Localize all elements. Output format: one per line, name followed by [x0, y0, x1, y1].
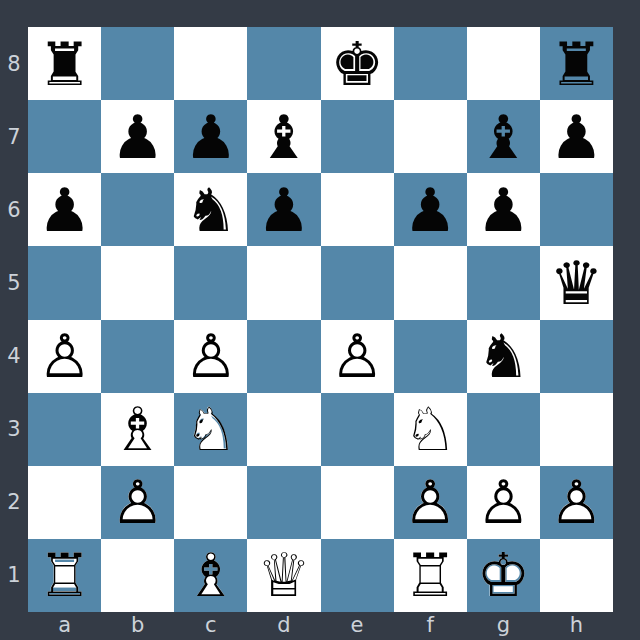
square-d6[interactable]: ♟ [247, 173, 320, 246]
square-a7[interactable] [28, 100, 101, 173]
square-h1[interactable] [540, 539, 613, 612]
square-f8[interactable] [394, 27, 467, 100]
square-a8[interactable]: ♜ [28, 27, 101, 100]
square-c4[interactable]: ♟♙ [174, 320, 247, 393]
square-e4[interactable]: ♟♙ [321, 320, 394, 393]
piece-white-bishop[interactable]: ♝♗ [101, 393, 174, 466]
rank-label-1: 1 [0, 539, 28, 612]
square-f7[interactable] [394, 100, 467, 173]
chess-diagram: ♜♚♜♟♟♝♝♟♟♞♟♟♟♛♟♙♟♙♟♙♞♝♗♞♘♞♘♟♙♟♙♟♙♟♙♜♖♝♗♛… [0, 0, 640, 640]
square-e6[interactable] [321, 173, 394, 246]
piece-glyph: ♟ [101, 100, 174, 173]
square-b8[interactable] [101, 27, 174, 100]
square-g1[interactable]: ♚♔ [467, 539, 540, 612]
square-b1[interactable] [101, 539, 174, 612]
piece-black-pawn[interactable]: ♟ [467, 173, 540, 246]
square-h4[interactable] [540, 320, 613, 393]
square-h5[interactable]: ♛ [540, 246, 613, 319]
square-g3[interactable] [467, 393, 540, 466]
square-f1[interactable]: ♜♖ [394, 539, 467, 612]
square-d7[interactable]: ♝ [247, 100, 320, 173]
square-a4[interactable]: ♟♙ [28, 320, 101, 393]
file-label-a: a [28, 612, 101, 640]
file-label-d: d [247, 612, 320, 640]
square-a3[interactable] [28, 393, 101, 466]
file-labels: abcdefgh [28, 612, 613, 640]
piece-black-king[interactable]: ♚ [321, 27, 394, 100]
piece-glyph: ♟ [28, 173, 101, 246]
square-c2[interactable] [174, 466, 247, 539]
square-c5[interactable] [174, 246, 247, 319]
square-a1[interactable]: ♜♖ [28, 539, 101, 612]
piece-outline: ♗ [174, 539, 247, 612]
piece-outline: ♘ [174, 393, 247, 466]
square-a5[interactable] [28, 246, 101, 319]
piece-glyph: ♞ [174, 173, 247, 246]
square-c3[interactable]: ♞♘ [174, 393, 247, 466]
piece-outline: ♖ [28, 539, 101, 612]
square-f4[interactable] [394, 320, 467, 393]
piece-outline: ♙ [540, 466, 613, 539]
piece-outline: ♙ [321, 320, 394, 393]
piece-outline: ♙ [467, 466, 540, 539]
square-g6[interactable]: ♟ [467, 173, 540, 246]
piece-outline: ♗ [101, 393, 174, 466]
piece-outline: ♙ [101, 466, 174, 539]
square-f2[interactable]: ♟♙ [394, 466, 467, 539]
piece-glyph: ♟ [467, 173, 540, 246]
square-d2[interactable] [247, 466, 320, 539]
square-e1[interactable] [321, 539, 394, 612]
rank-label-4: 4 [0, 320, 28, 393]
square-g8[interactable] [467, 27, 540, 100]
square-g7[interactable]: ♝ [467, 100, 540, 173]
rank-label-2: 2 [0, 466, 28, 539]
square-h3[interactable] [540, 393, 613, 466]
piece-black-pawn[interactable]: ♟ [174, 100, 247, 173]
piece-glyph: ♚ [321, 27, 394, 100]
square-e3[interactable] [321, 393, 394, 466]
piece-outline: ♘ [394, 393, 467, 466]
square-d4[interactable] [247, 320, 320, 393]
piece-outline: ♙ [394, 466, 467, 539]
square-c1[interactable]: ♝♗ [174, 539, 247, 612]
square-b4[interactable] [101, 320, 174, 393]
piece-white-pawn[interactable]: ♟♙ [28, 320, 101, 393]
piece-white-pawn[interactable]: ♟♙ [101, 466, 174, 539]
piece-black-bishop[interactable]: ♝ [467, 100, 540, 173]
square-a2[interactable] [28, 466, 101, 539]
piece-black-queen[interactable]: ♛ [540, 246, 613, 319]
file-label-h: h [540, 612, 613, 640]
piece-black-knight[interactable]: ♞ [174, 173, 247, 246]
piece-black-rook[interactable]: ♜ [28, 27, 101, 100]
chess-board[interactable]: ♜♚♜♟♟♝♝♟♟♞♟♟♟♛♟♙♟♙♟♙♞♝♗♞♘♞♘♟♙♟♙♟♙♟♙♜♖♝♗♛… [28, 27, 613, 612]
piece-black-pawn[interactable]: ♟ [101, 100, 174, 173]
square-b5[interactable] [101, 246, 174, 319]
square-g2[interactable]: ♟♙ [467, 466, 540, 539]
piece-glyph: ♟ [394, 173, 467, 246]
piece-glyph: ♟ [540, 100, 613, 173]
piece-black-knight[interactable]: ♞ [467, 320, 540, 393]
square-c7[interactable]: ♟ [174, 100, 247, 173]
piece-glyph: ♝ [247, 100, 320, 173]
piece-outline: ♔ [467, 539, 540, 612]
piece-outline: ♙ [28, 320, 101, 393]
square-b7[interactable]: ♟ [101, 100, 174, 173]
piece-black-pawn[interactable]: ♟ [28, 173, 101, 246]
square-f3[interactable]: ♞♘ [394, 393, 467, 466]
piece-white-pawn[interactable]: ♟♙ [321, 320, 394, 393]
square-d3[interactable] [247, 393, 320, 466]
piece-outline: ♙ [174, 320, 247, 393]
square-e7[interactable] [321, 100, 394, 173]
square-g5[interactable] [467, 246, 540, 319]
rank-labels: 87654321 [0, 27, 28, 612]
square-h7[interactable]: ♟ [540, 100, 613, 173]
rank-label-8: 8 [0, 27, 28, 100]
square-b6[interactable] [101, 173, 174, 246]
square-d1[interactable]: ♛♕ [247, 539, 320, 612]
square-c8[interactable] [174, 27, 247, 100]
square-c6[interactable]: ♞ [174, 173, 247, 246]
file-label-b: b [101, 612, 174, 640]
piece-black-pawn[interactable]: ♟ [247, 173, 320, 246]
piece-glyph: ♟ [174, 100, 247, 173]
piece-glyph: ♞ [467, 320, 540, 393]
piece-black-rook[interactable]: ♜ [540, 27, 613, 100]
square-f6[interactable]: ♟ [394, 173, 467, 246]
piece-white-knight[interactable]: ♞♘ [174, 393, 247, 466]
square-d5[interactable] [247, 246, 320, 319]
piece-white-pawn[interactable]: ♟♙ [467, 466, 540, 539]
file-label-f: f [394, 612, 467, 640]
piece-glyph: ♜ [540, 27, 613, 100]
square-g4[interactable]: ♞ [467, 320, 540, 393]
file-label-g: g [467, 612, 540, 640]
square-e5[interactable] [321, 246, 394, 319]
piece-white-knight[interactable]: ♞♘ [394, 393, 467, 466]
piece-outline: ♖ [394, 539, 467, 612]
piece-black-pawn[interactable]: ♟ [540, 100, 613, 173]
square-e8[interactable]: ♚ [321, 27, 394, 100]
piece-white-pawn[interactable]: ♟♙ [540, 466, 613, 539]
piece-black-pawn[interactable]: ♟ [394, 173, 467, 246]
rank-label-6: 6 [0, 173, 28, 246]
piece-glyph: ♝ [467, 100, 540, 173]
piece-black-bishop[interactable]: ♝ [247, 100, 320, 173]
square-h8[interactable]: ♜ [540, 27, 613, 100]
piece-white-rook[interactable]: ♜♖ [28, 539, 101, 612]
piece-white-pawn[interactable]: ♟♙ [394, 466, 467, 539]
piece-glyph: ♜ [28, 27, 101, 100]
square-b3[interactable]: ♝♗ [101, 393, 174, 466]
piece-white-king[interactable]: ♚♔ [467, 539, 540, 612]
file-label-c: c [174, 612, 247, 640]
square-f5[interactable] [394, 246, 467, 319]
piece-white-rook[interactable]: ♜♖ [394, 539, 467, 612]
piece-white-bishop[interactable]: ♝♗ [174, 539, 247, 612]
file-label-e: e [321, 612, 394, 640]
piece-outline: ♕ [247, 539, 320, 612]
square-d8[interactable] [247, 27, 320, 100]
square-e2[interactable] [321, 466, 394, 539]
rank-label-7: 7 [0, 100, 28, 173]
square-a6[interactable]: ♟ [28, 173, 101, 246]
piece-white-pawn[interactable]: ♟♙ [174, 320, 247, 393]
rank-label-5: 5 [0, 246, 28, 319]
square-h6[interactable] [540, 173, 613, 246]
piece-white-queen[interactable]: ♛♕ [247, 539, 320, 612]
rank-label-3: 3 [0, 393, 28, 466]
square-h2[interactable]: ♟♙ [540, 466, 613, 539]
square-b2[interactable]: ♟♙ [101, 466, 174, 539]
piece-glyph: ♟ [247, 173, 320, 246]
piece-glyph: ♛ [540, 246, 613, 319]
